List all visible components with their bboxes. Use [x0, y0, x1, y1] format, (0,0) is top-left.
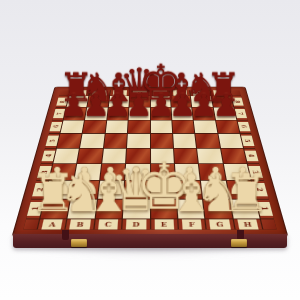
rank-label: 6 — [240, 125, 249, 128]
coord-label-cell: D — [122, 219, 149, 229]
coord-label-cell: 7 — [53, 108, 66, 120]
red-bishop[interactable]: ♝ — [164, 68, 199, 108]
square-c5[interactable] — [104, 134, 127, 148]
coord-label-cell: G — [206, 219, 234, 229]
coord-label-cell: 6 — [49, 120, 63, 133]
red-pawn[interactable]: ♟ — [169, 90, 197, 121]
square-a6[interactable] — [60, 120, 84, 133]
coord-label-cell: H — [210, 90, 230, 95]
frame-corner — [230, 90, 241, 95]
coord-label-cell: G — [190, 90, 210, 95]
coord-label-cell: E — [151, 219, 178, 229]
red-bishop[interactable]: ♝ — [101, 68, 136, 108]
square-f7[interactable]: ♟ — [171, 108, 193, 120]
square-h5[interactable] — [218, 134, 243, 148]
red-pawn[interactable]: ♟ — [104, 90, 132, 121]
rank-label: 8 — [58, 100, 67, 102]
square-d7[interactable]: ♟ — [129, 108, 150, 120]
square-e5[interactable] — [150, 134, 172, 148]
square-b8[interactable]: ♞ — [88, 96, 109, 107]
square-f8[interactable]: ♝ — [171, 96, 192, 107]
square-a8[interactable]: ♜ — [67, 96, 89, 107]
square-d8[interactable]: ♛ — [129, 96, 149, 107]
frame-corner — [261, 219, 277, 229]
square-b7[interactable]: ♟ — [85, 108, 107, 120]
file-label: F — [189, 220, 196, 228]
frame-corner — [59, 90, 70, 95]
file-label: A — [48, 220, 56, 228]
square-d5[interactable] — [127, 134, 149, 148]
file-label: F — [178, 91, 183, 95]
file-label: D — [132, 220, 139, 228]
chess-board-grid: ABCDEFGH8♜♞♝♛♚♝♞♜87♟♟♟♟♟♟♟♟7665544332♟♟♟… — [23, 90, 276, 229]
square-g7[interactable]: ♟ — [192, 108, 214, 120]
rank-label: 4 — [246, 154, 256, 157]
red-rook[interactable]: ♜ — [59, 68, 94, 108]
file-label: H — [217, 91, 224, 95]
coord-label-cell: C — [94, 219, 122, 229]
file-label: C — [104, 220, 111, 228]
rank-label: 7 — [236, 112, 245, 115]
rank-label: 5 — [48, 139, 58, 142]
square-d6[interactable] — [128, 120, 150, 133]
square-e6[interactable] — [150, 120, 172, 133]
red-pawn[interactable]: ♟ — [212, 90, 240, 121]
red-pawn[interactable]: ♟ — [147, 90, 175, 121]
coord-label-cell: F — [170, 90, 190, 95]
square-h8[interactable]: ♜ — [211, 96, 233, 107]
rank-label: 4 — [44, 154, 54, 157]
square-h1[interactable]: ♜ — [230, 199, 260, 218]
frame-corner — [23, 219, 39, 229]
square-f5[interactable] — [173, 134, 196, 148]
coord-label-cell: F — [178, 219, 206, 229]
square-h7[interactable]: ♟ — [213, 108, 236, 120]
rank-label: 8 — [234, 100, 243, 102]
square-e7[interactable]: ♟ — [150, 108, 171, 120]
coord-label-cell: E — [150, 90, 169, 95]
square-h6[interactable] — [216, 120, 240, 133]
file-label: A — [77, 91, 83, 95]
file-label: B — [76, 220, 84, 228]
square-g8[interactable]: ♞ — [191, 96, 212, 107]
coord-label-cell: 8 — [232, 96, 245, 107]
coord-label-cell: 6 — [237, 120, 251, 133]
coord-label-cell: D — [130, 90, 149, 95]
coord-label-cell: 5 — [241, 134, 255, 148]
brass-clasp-right — [231, 239, 247, 247]
rank-label: 6 — [51, 125, 60, 128]
file-label: C — [117, 91, 122, 95]
square-f6[interactable] — [172, 120, 194, 133]
file-label: B — [97, 91, 103, 95]
rank-label: 5 — [243, 139, 253, 142]
red-knight[interactable]: ♞ — [80, 68, 115, 108]
product-photo: ABCDEFGH8♜♞♝♛♚♝♞♜87♟♟♟♟♟♟♟♟7665544332♟♟♟… — [0, 0, 300, 300]
chess-board: ABCDEFGH8♜♞♝♛♚♝♞♜87♟♟♟♟♟♟♟♟7665544332♟♟♟… — [13, 87, 287, 236]
file-label: G — [197, 91, 203, 95]
coord-label-cell: A — [69, 90, 89, 95]
square-g6[interactable] — [194, 120, 217, 133]
red-pawn[interactable]: ♟ — [60, 90, 88, 121]
square-c8[interactable]: ♝ — [109, 96, 130, 107]
coord-label-cell: 8 — [56, 96, 69, 107]
board-scene: ABCDEFGH8♜♞♝♛♚♝♞♜87♟♟♟♟♟♟♟♟7665544332♟♟♟… — [38, 36, 262, 260]
coord-label-cell: H — [233, 219, 262, 229]
coord-label-cell: A — [38, 219, 67, 229]
coord-label-cell: C — [110, 90, 130, 95]
red-rook[interactable]: ♜ — [206, 68, 241, 108]
file-label: E — [158, 91, 163, 95]
coord-label-cell: B — [66, 219, 94, 229]
square-a5[interactable] — [57, 134, 82, 148]
square-g5[interactable] — [196, 134, 220, 148]
rank-label: 7 — [55, 112, 64, 115]
wood-rook[interactable]: ♜ — [223, 167, 270, 219]
file-label: H — [243, 220, 253, 228]
red-knight[interactable]: ♞ — [185, 68, 220, 108]
square-b6[interactable] — [83, 120, 106, 133]
file-label: E — [161, 220, 168, 228]
brass-clasp-left — [71, 239, 87, 247]
red-pawn[interactable]: ♟ — [191, 90, 219, 121]
square-e8[interactable]: ♚ — [150, 96, 170, 107]
red-pawn[interactable]: ♟ — [125, 90, 153, 121]
square-c7[interactable]: ♟ — [107, 108, 129, 120]
red-pawn[interactable]: ♟ — [82, 90, 110, 121]
coord-label-cell: 7 — [234, 108, 247, 120]
clasp-strap-left — [62, 230, 69, 240]
red-king[interactable]: ♚ — [139, 59, 182, 107]
file-label: G — [216, 220, 224, 228]
square-c6[interactable] — [105, 120, 127, 133]
red-queen[interactable]: ♛ — [119, 63, 159, 108]
file-label: D — [137, 91, 142, 95]
coord-label-cell: B — [90, 90, 110, 95]
coord-label-cell: 5 — [45, 134, 59, 148]
square-b5[interactable] — [80, 134, 104, 148]
board-box-edge — [13, 234, 287, 248]
square-a7[interactable]: ♟ — [64, 108, 87, 120]
